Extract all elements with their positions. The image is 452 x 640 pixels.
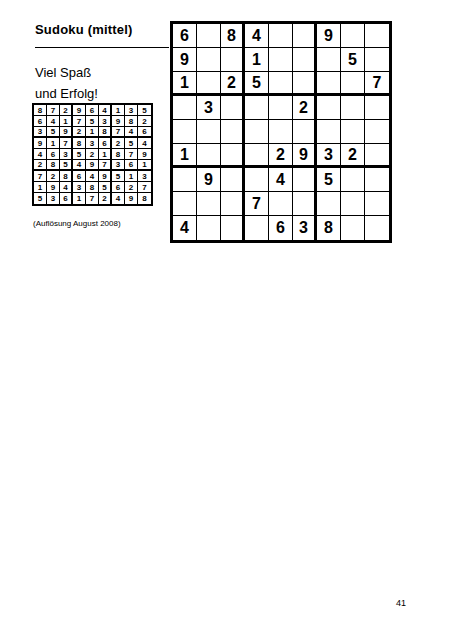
solution-cell-r1c1: 8 bbox=[34, 105, 47, 116]
puzzle-cell-r1c4: 4 bbox=[245, 24, 269, 48]
solution-cell-r3c9: 6 bbox=[138, 127, 151, 138]
solution-cell-r8c5: 8 bbox=[86, 182, 99, 193]
puzzle-cell-r6c6: 9 bbox=[293, 144, 317, 168]
puzzle-cell-r6c7: 3 bbox=[317, 144, 341, 168]
puzzle-cell-r6c8: 2 bbox=[341, 144, 365, 168]
puzzle-grid: 68499151257321293294574638 bbox=[170, 21, 392, 243]
puzzle-cell-r5c5 bbox=[269, 120, 293, 144]
puzzle-cell-r2c7 bbox=[317, 48, 341, 72]
solution-cell-r4c7: 2 bbox=[112, 138, 125, 149]
puzzle-cell-r8c1 bbox=[173, 192, 197, 216]
solution-cell-r8c9: 7 bbox=[138, 182, 151, 193]
solution-cell-r4c4: 8 bbox=[73, 138, 86, 149]
solution-cell-r2c3: 1 bbox=[60, 116, 73, 127]
solution-cell-r5c6: 1 bbox=[99, 149, 112, 160]
puzzle-cell-r2c8: 5 bbox=[341, 48, 365, 72]
solution-cell-r5c9: 9 bbox=[138, 149, 151, 160]
solution-cell-r3c5: 1 bbox=[86, 127, 99, 138]
puzzle-cell-r1c7: 9 bbox=[317, 24, 341, 48]
puzzle-cell-r2c4: 1 bbox=[245, 48, 269, 72]
puzzle-cell-r8c7 bbox=[317, 192, 341, 216]
puzzle-cell-r4c9 bbox=[365, 96, 389, 120]
puzzle-cell-r2c6 bbox=[293, 48, 317, 72]
solution-cell-r7c2: 2 bbox=[47, 171, 60, 182]
solution-cell-r7c5: 4 bbox=[86, 171, 99, 182]
puzzle-cell-r8c9 bbox=[365, 192, 389, 216]
document-page: Sudoku (mittel) Viel Spaß und Erfolg! 87… bbox=[0, 0, 452, 640]
puzzle-cell-r7c1 bbox=[173, 168, 197, 192]
greeting-text: Viel Spaß und Erfolg! bbox=[35, 62, 98, 104]
puzzle-cell-r2c3 bbox=[221, 48, 245, 72]
puzzle-cell-r9c2 bbox=[197, 216, 221, 240]
puzzle-cell-r5c3 bbox=[221, 120, 245, 144]
puzzle-cell-r3c4: 5 bbox=[245, 72, 269, 96]
solution-cell-r4c9: 4 bbox=[138, 138, 151, 149]
solution-cell-r3c2: 5 bbox=[47, 127, 60, 138]
puzzle-cell-r1c1: 6 bbox=[173, 24, 197, 48]
solution-cell-r6c2: 8 bbox=[47, 160, 60, 171]
puzzle-cell-r4c4 bbox=[245, 96, 269, 120]
puzzle-cell-r1c9 bbox=[365, 24, 389, 48]
puzzle-cell-r5c7 bbox=[317, 120, 341, 144]
solution-cell-r7c8: 1 bbox=[125, 171, 138, 182]
puzzle-cell-r7c5: 4 bbox=[269, 168, 293, 192]
puzzle-cell-r1c3: 8 bbox=[221, 24, 245, 48]
solution-cell-r5c3: 3 bbox=[60, 149, 73, 160]
puzzle-cell-r6c3 bbox=[221, 144, 245, 168]
solution-cell-r6c3: 5 bbox=[60, 160, 73, 171]
puzzle-cell-r4c2: 3 bbox=[197, 96, 221, 120]
solution-cell-r9c7: 4 bbox=[112, 193, 125, 204]
puzzle-cell-r1c2 bbox=[197, 24, 221, 48]
puzzle-cell-r9c1: 4 bbox=[173, 216, 197, 240]
puzzle-cell-r7c2: 9 bbox=[197, 168, 221, 192]
puzzle-cell-r9c7: 8 bbox=[317, 216, 341, 240]
puzzle-cell-r1c8 bbox=[341, 24, 365, 48]
solution-cell-r8c8: 2 bbox=[125, 182, 138, 193]
page-title: Sudoku (mittel) bbox=[35, 22, 133, 37]
solution-cell-r9c4: 1 bbox=[73, 193, 86, 204]
solution-grid: 8729641356417539823592187469178362544635… bbox=[32, 103, 153, 206]
solution-cell-r4c5: 3 bbox=[86, 138, 99, 149]
solution-cell-r9c8: 9 bbox=[125, 193, 138, 204]
solution-cell-r8c3: 4 bbox=[60, 182, 73, 193]
puzzle-cell-r8c8 bbox=[341, 192, 365, 216]
solution-cell-r2c6: 3 bbox=[99, 116, 112, 127]
solution-cell-r6c5: 9 bbox=[86, 160, 99, 171]
solution-cell-r1c5: 6 bbox=[86, 105, 99, 116]
solution-cell-r9c5: 7 bbox=[86, 193, 99, 204]
puzzle-cell-r9c3 bbox=[221, 216, 245, 240]
puzzle-cell-r6c4 bbox=[245, 144, 269, 168]
puzzle-cell-r4c5 bbox=[269, 96, 293, 120]
solution-cell-r7c1: 7 bbox=[34, 171, 47, 182]
puzzle-cell-r2c2 bbox=[197, 48, 221, 72]
solution-cell-r4c3: 7 bbox=[60, 138, 73, 149]
puzzle-cell-r7c6 bbox=[293, 168, 317, 192]
solution-cell-r3c6: 8 bbox=[99, 127, 112, 138]
puzzle-cell-r2c5 bbox=[269, 48, 293, 72]
puzzle-cell-r2c1: 9 bbox=[173, 48, 197, 72]
puzzle-cell-r9c9 bbox=[365, 216, 389, 240]
solution-cell-r6c1: 2 bbox=[34, 160, 47, 171]
solution-cell-r2c4: 7 bbox=[73, 116, 86, 127]
puzzle-cell-r4c1 bbox=[173, 96, 197, 120]
solution-cell-r8c4: 3 bbox=[73, 182, 86, 193]
solution-cell-r9c2: 3 bbox=[47, 193, 60, 204]
puzzle-cell-r7c3 bbox=[221, 168, 245, 192]
puzzle-cell-r4c7 bbox=[317, 96, 341, 120]
solution-cell-r1c7: 1 bbox=[112, 105, 125, 116]
solution-cell-r3c8: 4 bbox=[125, 127, 138, 138]
solution-cell-r1c6: 4 bbox=[99, 105, 112, 116]
puzzle-cell-r3c9: 7 bbox=[365, 72, 389, 96]
solution-cell-r7c4: 6 bbox=[73, 171, 86, 182]
puzzle-cell-r9c5: 6 bbox=[269, 216, 293, 240]
puzzle-cell-r7c4 bbox=[245, 168, 269, 192]
page-number: 41 bbox=[396, 598, 406, 608]
solution-cell-r2c5: 5 bbox=[86, 116, 99, 127]
solution-cell-r8c7: 6 bbox=[112, 182, 125, 193]
solution-cell-r8c6: 5 bbox=[99, 182, 112, 193]
greeting-line-1: Viel Spaß bbox=[35, 62, 98, 83]
puzzle-cell-r7c9 bbox=[365, 168, 389, 192]
puzzle-cell-r3c1: 1 bbox=[173, 72, 197, 96]
solution-cell-r4c6: 6 bbox=[99, 138, 112, 149]
solution-cell-r2c8: 8 bbox=[125, 116, 138, 127]
greeting-line-2: und Erfolg! bbox=[35, 83, 98, 104]
puzzle-cell-r3c7 bbox=[317, 72, 341, 96]
puzzle-cell-r8c3 bbox=[221, 192, 245, 216]
solution-cell-r6c7: 3 bbox=[112, 160, 125, 171]
puzzle-cell-r3c2 bbox=[197, 72, 221, 96]
solution-cell-r3c7: 7 bbox=[112, 127, 125, 138]
solution-cell-r4c2: 1 bbox=[47, 138, 60, 149]
solution-cell-r6c4: 4 bbox=[73, 160, 86, 171]
solution-cell-r1c4: 9 bbox=[73, 105, 86, 116]
puzzle-cell-r2c9 bbox=[365, 48, 389, 72]
solution-cell-r5c5: 2 bbox=[86, 149, 99, 160]
solution-cell-r1c9: 5 bbox=[138, 105, 151, 116]
solution-cell-r6c9: 1 bbox=[138, 160, 151, 171]
title-underline bbox=[35, 47, 169, 48]
solution-cell-r8c1: 1 bbox=[34, 182, 47, 193]
solution-cell-r8c2: 9 bbox=[47, 182, 60, 193]
puzzle-cell-r6c2 bbox=[197, 144, 221, 168]
puzzle-cell-r7c7: 5 bbox=[317, 168, 341, 192]
solution-cell-r6c8: 6 bbox=[125, 160, 138, 171]
solution-cell-r9c6: 2 bbox=[99, 193, 112, 204]
solution-cell-r5c4: 5 bbox=[73, 149, 86, 160]
puzzle-cell-r4c8 bbox=[341, 96, 365, 120]
solution-caption: (Auflösung August 2008) bbox=[33, 219, 121, 228]
solution-cell-r7c9: 3 bbox=[138, 171, 151, 182]
puzzle-cell-r6c1: 1 bbox=[173, 144, 197, 168]
solution-cell-r2c2: 4 bbox=[47, 116, 60, 127]
solution-cell-r5c7: 8 bbox=[112, 149, 125, 160]
solution-cell-r5c8: 7 bbox=[125, 149, 138, 160]
puzzle-cell-r5c2 bbox=[197, 120, 221, 144]
solution-cell-r2c1: 6 bbox=[34, 116, 47, 127]
puzzle-cell-r3c8 bbox=[341, 72, 365, 96]
puzzle-cell-r8c2 bbox=[197, 192, 221, 216]
puzzle-cell-r8c5 bbox=[269, 192, 293, 216]
puzzle-cell-r7c8 bbox=[341, 168, 365, 192]
puzzle-cell-r5c8 bbox=[341, 120, 365, 144]
puzzle-cell-r3c3: 2 bbox=[221, 72, 245, 96]
puzzle-cell-r1c6 bbox=[293, 24, 317, 48]
solution-cell-r2c7: 9 bbox=[112, 116, 125, 127]
puzzle-cell-r6c5: 2 bbox=[269, 144, 293, 168]
puzzle-cell-r8c6 bbox=[293, 192, 317, 216]
puzzle-cell-r5c9 bbox=[365, 120, 389, 144]
solution-cell-r9c1: 5 bbox=[34, 193, 47, 204]
solution-cell-r9c9: 8 bbox=[138, 193, 151, 204]
puzzle-cell-r9c4 bbox=[245, 216, 269, 240]
solution-cell-r3c3: 9 bbox=[60, 127, 73, 138]
solution-cell-r4c8: 5 bbox=[125, 138, 138, 149]
puzzle-cell-r1c5 bbox=[269, 24, 293, 48]
solution-cell-r5c2: 6 bbox=[47, 149, 60, 160]
puzzle-cell-r5c6 bbox=[293, 120, 317, 144]
solution-cell-r7c6: 9 bbox=[99, 171, 112, 182]
puzzle-cell-r9c8 bbox=[341, 216, 365, 240]
solution-cell-r1c3: 2 bbox=[60, 105, 73, 116]
solution-cell-r5c1: 4 bbox=[34, 149, 47, 160]
solution-cell-r6c6: 7 bbox=[99, 160, 112, 171]
puzzle-cell-r3c6 bbox=[293, 72, 317, 96]
solution-cell-r1c2: 7 bbox=[47, 105, 60, 116]
puzzle-cell-r5c4 bbox=[245, 120, 269, 144]
puzzle-cell-r9c6: 3 bbox=[293, 216, 317, 240]
solution-cell-r1c8: 3 bbox=[125, 105, 138, 116]
solution-cell-r7c7: 5 bbox=[112, 171, 125, 182]
puzzle-cell-r8c4: 7 bbox=[245, 192, 269, 216]
solution-cell-r2c9: 2 bbox=[138, 116, 151, 127]
puzzle-cell-r4c6: 2 bbox=[293, 96, 317, 120]
solution-cell-r4c1: 9 bbox=[34, 138, 47, 149]
solution-cell-r3c4: 2 bbox=[73, 127, 86, 138]
puzzle-cell-r5c1 bbox=[173, 120, 197, 144]
puzzle-cell-r4c3 bbox=[221, 96, 245, 120]
solution-cell-r9c3: 6 bbox=[60, 193, 73, 204]
puzzle-cell-r6c9 bbox=[365, 144, 389, 168]
solution-cell-r3c1: 3 bbox=[34, 127, 47, 138]
puzzle-cell-r3c5 bbox=[269, 72, 293, 96]
solution-cell-r7c3: 8 bbox=[60, 171, 73, 182]
